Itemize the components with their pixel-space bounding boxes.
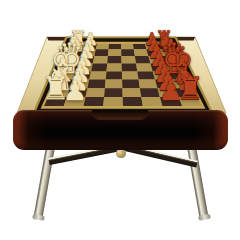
cream-pawn: ♟ [60, 69, 94, 95]
red-pawn: ♟ [137, 36, 171, 55]
cream-pawn: ♟ [65, 55, 99, 78]
red-knight: ♞ [150, 32, 184, 55]
chess-table-photo: ♜♟♟♜♞♟♟♞♝♟♟♝♛♟♟♛♚♟♟♚♝♟♟♝♞♟♟♞♜♟♟♜ [0, 0, 240, 240]
red-rook: ♜ [147, 28, 181, 48]
cream-pawn: ♟ [70, 42, 104, 62]
cream-knight: ♞ [42, 64, 76, 96]
red-knight: ♞ [169, 64, 203, 96]
cream-king: ♚ [49, 43, 83, 79]
cream-knight: ♞ [59, 32, 93, 55]
cream-rook: ♜ [61, 28, 95, 48]
red-bishop: ♝ [153, 36, 187, 62]
cream-pawn: ♟ [63, 62, 97, 86]
red-pawn: ♟ [151, 69, 185, 95]
cream-queen: ♛ [53, 39, 87, 70]
cream-pawn: ♟ [58, 77, 92, 104]
cream-pawn: ♟ [67, 48, 101, 69]
cream-bishop: ♝ [56, 36, 90, 62]
cream-pawn: ♟ [72, 36, 106, 55]
cream-pawn: ♟ [73, 31, 107, 49]
red-pawn: ♟ [142, 48, 176, 69]
red-king: ♚ [161, 43, 195, 79]
red-pawn: ♟ [148, 62, 182, 86]
red-bishop: ♝ [165, 55, 199, 87]
red-pawn: ♟ [139, 42, 173, 62]
cream-bishop: ♝ [46, 55, 80, 87]
red-pawn: ♟ [135, 31, 169, 49]
red-queen: ♛ [157, 39, 191, 70]
red-rook: ♜ [173, 73, 207, 105]
cream-rook: ♜ [39, 73, 73, 105]
red-pawn: ♟ [154, 77, 188, 104]
red-pawn: ♟ [145, 55, 179, 78]
pieces-layer: ♜♟♟♜♞♟♟♞♝♟♟♝♛♟♟♛♚♟♟♚♝♟♟♝♞♟♟♞♜♟♟♜ [0, 0, 240, 240]
